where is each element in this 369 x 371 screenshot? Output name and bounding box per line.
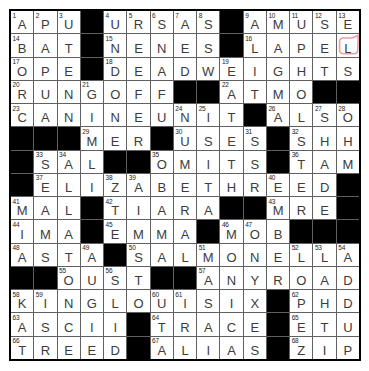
cell-r9c6[interactable]: I xyxy=(127,197,149,219)
cell-letter: O xyxy=(244,228,266,241)
cell-r5c6[interactable]: E xyxy=(127,104,149,126)
cell-letter: S xyxy=(34,251,56,264)
cell-r2c9[interactable]: S xyxy=(197,34,219,56)
cell-letter: T xyxy=(197,181,219,194)
cell-r12c7 xyxy=(151,267,173,289)
cell-r1c2[interactable]: 2P xyxy=(34,11,56,33)
cell-r14c1[interactable]: 63A xyxy=(11,313,33,335)
cell-r8c1 xyxy=(11,174,33,196)
cell-r1c10 xyxy=(220,11,242,33)
cell-r15c10[interactable]: A xyxy=(220,337,242,359)
cell-r11c14[interactable]: 53L xyxy=(313,244,335,266)
cell-r12c4[interactable]: U xyxy=(81,267,103,289)
cell-r15c5[interactable]: D xyxy=(104,337,126,359)
cell-r13c14[interactable]: H xyxy=(313,290,335,312)
cell-r1c12[interactable]: 10M xyxy=(267,11,289,33)
cell-r3c11[interactable]: I xyxy=(244,58,266,80)
crossword-page: { "game": "crossword", "board": { "rows"… xyxy=(0,0,369,371)
cell-letter: B xyxy=(11,42,33,55)
cell-r6c3 xyxy=(58,127,80,149)
cell-r15c2[interactable]: R xyxy=(34,337,56,359)
cell-letter: T xyxy=(244,88,266,101)
cell-r3c10[interactable]: 19E xyxy=(220,58,242,80)
cell-r6c8[interactable]: 30U xyxy=(174,127,196,149)
cell-letter: M xyxy=(151,228,173,241)
cell-r5c13[interactable]: L xyxy=(290,104,312,126)
cell-r10c8[interactable]: A xyxy=(174,220,196,242)
cell-r6c6[interactable]: R xyxy=(127,127,149,149)
cell-letter: R xyxy=(174,321,196,334)
cell-letter: T xyxy=(104,204,126,217)
cell-r3c8[interactable]: D xyxy=(174,58,196,80)
cell-r13c11[interactable]: X xyxy=(244,290,266,312)
cell-r15c1[interactable]: 66T xyxy=(11,337,33,359)
cell-r2c2[interactable]: A xyxy=(34,34,56,56)
cell-r13c5[interactable]: L xyxy=(104,290,126,312)
cell-letter: U xyxy=(174,135,196,148)
cell-r4c3[interactable]: N xyxy=(58,81,80,103)
cell-letter: I xyxy=(244,65,266,78)
cell-r5c2[interactable]: A xyxy=(34,104,56,126)
cell-r4c12[interactable]: M xyxy=(267,81,289,103)
cell-r5c3[interactable]: N xyxy=(58,104,80,126)
cell-r12c11[interactable]: Y xyxy=(244,267,266,289)
cell-r15c8[interactable]: L xyxy=(174,337,196,359)
cell-r7c7[interactable]: 35O xyxy=(151,151,173,173)
cell-r8c3[interactable]: L xyxy=(58,174,80,196)
cell-r7c9[interactable]: I xyxy=(197,151,219,173)
cell-r11c7[interactable]: A xyxy=(151,244,173,266)
cell-r8c14[interactable]: D xyxy=(313,174,335,196)
cell-r9c11 xyxy=(244,197,266,219)
cell-r3c12[interactable]: G xyxy=(267,58,289,80)
cell-r14c3[interactable]: C xyxy=(58,313,80,335)
cell-r5c14[interactable]: 27S xyxy=(313,104,335,126)
cell-r10c11[interactable]: 47O xyxy=(244,220,266,242)
cell-letter: F xyxy=(127,88,149,101)
cell-r7c8[interactable]: M xyxy=(174,151,196,173)
cell-r11c1[interactable]: 48A xyxy=(11,244,33,266)
cell-r15c9[interactable]: I xyxy=(197,337,219,359)
cell-r8c13[interactable]: E xyxy=(290,174,312,196)
cell-letter: L xyxy=(290,251,312,264)
cell-letter: A xyxy=(220,88,242,101)
cell-letter: A xyxy=(313,274,335,287)
cell-r13c10[interactable]: I xyxy=(220,290,242,312)
cell-r14c14[interactable]: T xyxy=(313,313,335,335)
cell-letter: L xyxy=(58,181,80,194)
cell-r2c14[interactable]: E xyxy=(313,34,335,56)
cell-r3c14[interactable]: T xyxy=(313,58,335,80)
cell-letter: A xyxy=(313,158,335,171)
cell-letter: K xyxy=(11,297,33,310)
cell-letter: A xyxy=(11,321,33,334)
cell-r12c13[interactable]: O xyxy=(290,267,312,289)
cell-r9c5[interactable]: 42T xyxy=(104,197,126,219)
cell-r10c13 xyxy=(290,220,312,242)
cell-letter: A xyxy=(151,204,173,217)
cell-r15c11[interactable]: S xyxy=(244,337,266,359)
cell-letter: U xyxy=(337,321,359,334)
cell-r15c15[interactable]: P xyxy=(337,337,359,359)
cell-r14c10[interactable]: C xyxy=(220,313,242,335)
cell-letter: T xyxy=(220,158,242,171)
cell-r15c7[interactable]: 67A xyxy=(151,337,173,359)
cell-r14c11[interactable]: E xyxy=(244,313,266,335)
cell-letter: E xyxy=(174,42,196,55)
cell-r1c1[interactable]: 1A xyxy=(11,11,33,33)
cell-letter: U xyxy=(151,111,173,124)
cell-letter: C xyxy=(11,111,33,124)
cell-letter: R xyxy=(244,181,266,194)
cell-letter: O xyxy=(290,88,312,101)
cell-r14c15[interactable]: U xyxy=(337,313,359,335)
cell-r9c2[interactable]: A xyxy=(34,197,56,219)
cell-r1c13[interactable]: 11U xyxy=(290,11,312,33)
cell-r1c14[interactable]: 12S xyxy=(313,11,335,33)
cell-r13c1[interactable]: 58K xyxy=(11,290,33,312)
cell-r13c2[interactable]: 59I xyxy=(34,290,56,312)
cell-letter: R xyxy=(34,344,56,357)
cell-r15c4[interactable]: E xyxy=(81,337,103,359)
cell-r15c13[interactable]: 68Z xyxy=(290,337,312,359)
cell-r2c3[interactable]: T xyxy=(58,34,80,56)
cell-r3c4 xyxy=(81,58,103,80)
cell-r15c6 xyxy=(127,337,149,359)
cell-r15c12 xyxy=(267,337,289,359)
cell-r3c15[interactable]: S xyxy=(337,58,359,80)
cell-letter: N xyxy=(151,42,173,55)
cell-r14c13[interactable]: 65E xyxy=(290,313,312,335)
cell-r12c5[interactable]: 56S xyxy=(104,267,126,289)
cell-r6c15[interactable]: H xyxy=(337,127,359,149)
cell-r13c8[interactable]: 61I xyxy=(174,290,196,312)
cell-r10c7[interactable]: M xyxy=(151,220,173,242)
cell-r9c3[interactable]: L xyxy=(58,197,80,219)
cell-letter: A xyxy=(34,111,56,124)
cell-r12c6[interactable]: T xyxy=(127,267,149,289)
cell-r10c14 xyxy=(313,220,335,242)
cell-letter: F xyxy=(151,88,173,101)
cell-r1c3[interactable]: 3U xyxy=(58,11,80,33)
cell-letter: M xyxy=(220,228,242,241)
cell-r2c13[interactable]: P xyxy=(290,34,312,56)
cell-r14c9[interactable]: A xyxy=(197,313,219,335)
cell-letter: E xyxy=(220,65,242,78)
cell-letter: S xyxy=(290,135,312,148)
cell-r13c6[interactable]: O xyxy=(127,290,149,312)
cell-r11c9[interactable]: 51M xyxy=(197,244,219,266)
cell-r2c5[interactable]: 15N xyxy=(104,34,126,56)
cell-letter: S xyxy=(244,344,266,357)
cell-r2c12[interactable]: A xyxy=(267,34,289,56)
cell-r9c1[interactable]: 41M xyxy=(11,197,33,219)
cell-r1c11[interactable]: 9A xyxy=(244,11,266,33)
cell-r7c13[interactable]: 36T xyxy=(290,151,312,173)
cell-r9c9[interactable]: A xyxy=(197,197,219,219)
cell-r13c15[interactable]: D xyxy=(337,290,359,312)
cell-r2c11[interactable]: 16L xyxy=(244,34,266,56)
cell-letter: R xyxy=(267,274,289,287)
cell-r6c4[interactable]: 29M xyxy=(81,127,103,149)
cell-r6c14[interactable]: H xyxy=(313,127,335,149)
cell-r12c15[interactable]: D xyxy=(337,267,359,289)
cell-letter: M xyxy=(127,228,149,241)
cell-letter: L xyxy=(174,344,196,357)
cell-r8c9[interactable]: T xyxy=(197,174,219,196)
cell-r8c11[interactable]: R xyxy=(244,174,266,196)
cell-letter: D xyxy=(174,65,196,78)
cell-r7c4[interactable]: L xyxy=(81,151,103,173)
cell-r4c6[interactable]: F xyxy=(127,81,149,103)
cell-r7c15[interactable]: M xyxy=(337,151,359,173)
cell-letter: O xyxy=(290,274,312,287)
cell-letter: T xyxy=(220,111,242,124)
cell-r13c3[interactable]: N xyxy=(58,290,80,312)
cell-r11c15[interactable]: 54A xyxy=(337,244,359,266)
cell-r8c5[interactable]: 38Z xyxy=(104,174,126,196)
cell-letter: S xyxy=(197,42,219,55)
cell-r3c1[interactable]: 17O xyxy=(11,58,33,80)
cell-r14c12 xyxy=(267,313,289,335)
cell-r9c8[interactable]: R xyxy=(174,197,196,219)
cell-r2c7[interactable]: N xyxy=(151,34,173,56)
cell-letter: N xyxy=(104,111,126,124)
cell-r2c6[interactable]: E xyxy=(127,34,149,56)
cell-letter: M xyxy=(197,251,219,264)
cell-letter: M xyxy=(267,88,289,101)
cell-r8c10[interactable]: H xyxy=(220,174,242,196)
cell-letter: N xyxy=(244,251,266,264)
cell-letter: S xyxy=(337,65,359,78)
cell-r1c5[interactable]: 4U xyxy=(104,11,126,33)
cell-letter: E xyxy=(127,111,149,124)
cell-r7c2[interactable]: 33S xyxy=(34,151,56,173)
cell-r4c13[interactable]: O xyxy=(290,81,312,103)
cell-r1c4 xyxy=(81,11,103,33)
cell-r11c11[interactable]: N xyxy=(244,244,266,266)
cell-letter: I xyxy=(81,321,103,334)
cell-r4c5[interactable]: O xyxy=(104,81,126,103)
cell-r1c9[interactable]: 8S xyxy=(197,11,219,33)
cell-r12c9[interactable]: 57A xyxy=(197,267,219,289)
cell-r11c4[interactable]: 49A xyxy=(81,244,103,266)
cell-r5c11 xyxy=(244,104,266,126)
cell-r14c5[interactable]: I xyxy=(104,313,126,335)
cell-letter: L xyxy=(290,111,312,124)
cell-r11c3[interactable]: T xyxy=(58,244,80,266)
cell-r7c3[interactable]: 34A xyxy=(58,151,80,173)
cell-r9c7[interactable]: A xyxy=(151,197,173,219)
cell-r5c7[interactable]: U xyxy=(151,104,173,126)
cell-r10c10[interactable]: 46M xyxy=(220,220,242,242)
cell-r2c1[interactable]: 14B xyxy=(11,34,33,56)
cell-r3c13[interactable]: H xyxy=(290,58,312,80)
cell-letter: B xyxy=(267,228,289,241)
cell-r4c11[interactable]: T xyxy=(244,81,266,103)
cell-r13c9[interactable]: S xyxy=(197,290,219,312)
cell-r4c7[interactable]: F xyxy=(151,81,173,103)
cell-r5c12[interactable]: 26A xyxy=(267,104,289,126)
cell-r3c2[interactable]: P xyxy=(34,58,56,80)
cell-letter: I xyxy=(197,111,219,124)
cell-r8c7[interactable]: B xyxy=(151,174,173,196)
cell-r9c13[interactable]: R xyxy=(290,197,312,219)
cell-r10c5[interactable]: 45E xyxy=(104,220,126,242)
cell-r8c12[interactable]: 40E xyxy=(267,174,289,196)
cell-r6c10[interactable]: E xyxy=(220,127,242,149)
cell-letter: T xyxy=(58,42,80,55)
cell-letter: E xyxy=(34,181,56,194)
cell-r10c12[interactable]: B xyxy=(267,220,289,242)
cell-letter: U xyxy=(58,18,80,31)
cell-r5c9[interactable]: 25I xyxy=(197,104,219,126)
cell-r4c2[interactable]: U xyxy=(34,81,56,103)
cell-r5c5[interactable]: N xyxy=(104,104,126,126)
cell-letter: L xyxy=(58,204,80,217)
cell-r14c2[interactable]: S xyxy=(34,313,56,335)
cell-r9c12[interactable]: 43M xyxy=(267,197,289,219)
cell-r11c2[interactable]: S xyxy=(34,244,56,266)
cell-r2c4 xyxy=(81,34,103,56)
cell-r2c8[interactable]: E xyxy=(174,34,196,56)
cell-r12c8 xyxy=(174,267,196,289)
cell-r6c13[interactable]: 32S xyxy=(290,127,312,149)
cell-r10c1[interactable]: 44I xyxy=(11,220,33,242)
cell-r4c10[interactable]: 22A xyxy=(220,81,242,103)
cell-r13c7[interactable]: 60U xyxy=(151,290,173,312)
cell-r10c2[interactable]: M xyxy=(34,220,56,242)
cell-letter: S xyxy=(34,158,56,171)
cell-r6c9[interactable]: S xyxy=(197,127,219,149)
cell-letter: M xyxy=(81,135,103,148)
cell-letter: A xyxy=(244,18,266,31)
cell-r11c13[interactable]: 52L xyxy=(290,244,312,266)
cell-letter: N xyxy=(104,42,126,55)
cell-r11c8[interactable]: L xyxy=(174,244,196,266)
cell-letter: R xyxy=(127,18,149,31)
cell-letter: M xyxy=(11,204,33,217)
cell-r12c3[interactable]: 55O xyxy=(58,267,80,289)
cell-r11c12[interactable]: E xyxy=(267,244,289,266)
cell-letter: U xyxy=(34,88,56,101)
cell-letter: A xyxy=(11,251,33,264)
cell-r3c6[interactable]: E xyxy=(127,58,149,80)
cell-r3c7[interactable]: A xyxy=(151,58,173,80)
cell-r1c7[interactable]: 6S xyxy=(151,11,173,33)
cell-letter: A xyxy=(174,228,196,241)
cell-r11c10[interactable]: O xyxy=(220,244,242,266)
cell-r1c8[interactable]: 7A xyxy=(174,11,196,33)
cell-r3c9[interactable]: W xyxy=(197,58,219,80)
cell-r11c6[interactable]: 50S xyxy=(127,244,149,266)
cell-letter: S xyxy=(197,18,219,31)
cell-r6c5[interactable]: E xyxy=(104,127,126,149)
cell-letter: U xyxy=(151,297,173,310)
cell-r7c10[interactable]: T xyxy=(220,151,242,173)
cell-letter: I xyxy=(104,321,126,334)
cell-r4c4[interactable]: 21G xyxy=(81,81,103,103)
cell-r13c4[interactable]: G xyxy=(81,290,103,312)
cell-letter: S xyxy=(151,18,173,31)
cell-letter: I xyxy=(197,344,219,357)
cell-letter: L xyxy=(104,297,126,310)
cell-letter: P xyxy=(34,65,56,78)
cell-r3c5[interactable]: 18D xyxy=(104,58,126,80)
cell-r15c14[interactable]: I xyxy=(313,337,335,359)
cell-letter: D xyxy=(104,344,126,357)
cell-r1c15[interactable]: 13E xyxy=(337,11,359,33)
cell-r7c6 xyxy=(127,151,149,173)
cell-r12c12[interactable]: R xyxy=(267,267,289,289)
cell-letter: E xyxy=(290,181,312,194)
cell-letter: O xyxy=(337,111,359,124)
cell-r1c6[interactable]: 5R xyxy=(127,11,149,33)
cell-r5c4[interactable]: I xyxy=(81,104,103,126)
cell-r6c11[interactable]: 31S xyxy=(244,127,266,149)
cell-letter: O xyxy=(104,88,126,101)
cell-letter: E xyxy=(104,135,126,148)
cell-letter: M xyxy=(34,228,56,241)
cell-r15c3[interactable]: E xyxy=(58,337,80,359)
cell-r5c10[interactable]: T xyxy=(220,104,242,126)
cell-r7c14[interactable]: A xyxy=(313,151,335,173)
cell-r14c4[interactable]: I xyxy=(81,313,103,335)
cell-r14c8[interactable]: R xyxy=(174,313,196,335)
cell-letter: M xyxy=(337,158,359,171)
cell-letter: I xyxy=(11,228,33,241)
cell-letter: A xyxy=(220,344,242,357)
cell-r12c14[interactable]: A xyxy=(313,267,335,289)
cell-r12c10[interactable]: N xyxy=(220,267,242,289)
cell-letter: L xyxy=(244,42,266,55)
cell-r5c15[interactable]: 28O xyxy=(337,104,359,126)
cell-r13c13[interactable]: 62P xyxy=(290,290,312,312)
cell-r10c6[interactable]: M xyxy=(127,220,149,242)
cell-r9c14[interactable]: E xyxy=(313,197,335,219)
cell-letter: A xyxy=(11,18,33,31)
cell-letter: O xyxy=(11,65,33,78)
cell-r8c8[interactable]: E xyxy=(174,174,196,196)
cell-letter: W xyxy=(197,65,219,78)
cell-r2c15[interactable]: L xyxy=(337,34,359,56)
cell-r8c6[interactable]: 39A xyxy=(127,174,149,196)
cell-letter: P xyxy=(337,344,359,357)
cell-letter: M xyxy=(267,204,289,217)
cell-r7c11[interactable]: S xyxy=(244,151,266,173)
cell-r3c3[interactable]: E xyxy=(58,58,80,80)
cell-r5c1[interactable]: 23C xyxy=(11,104,33,126)
cell-r7c5 xyxy=(104,151,126,173)
cell-letter: A xyxy=(81,251,103,264)
cell-r4c14 xyxy=(313,81,335,103)
cell-r14c7[interactable]: 64T xyxy=(151,313,173,335)
cell-r5c8[interactable]: 24N xyxy=(174,104,196,126)
cell-letter: A xyxy=(267,42,289,55)
cell-letter: U xyxy=(104,18,126,31)
cell-letter: E xyxy=(104,228,126,241)
cell-letter: C xyxy=(58,321,80,334)
cell-r8c4[interactable]: I xyxy=(81,174,103,196)
cell-letter: T xyxy=(151,321,173,334)
cell-letter: I xyxy=(313,344,335,357)
cell-r8c2[interactable]: 37E xyxy=(34,174,56,196)
cell-letter: A xyxy=(34,204,56,217)
cell-letter: A xyxy=(197,321,219,334)
cell-r9c4 xyxy=(81,197,103,219)
cell-r4c1[interactable]: 20R xyxy=(11,81,33,103)
cell-r10c3[interactable]: A xyxy=(58,220,80,242)
